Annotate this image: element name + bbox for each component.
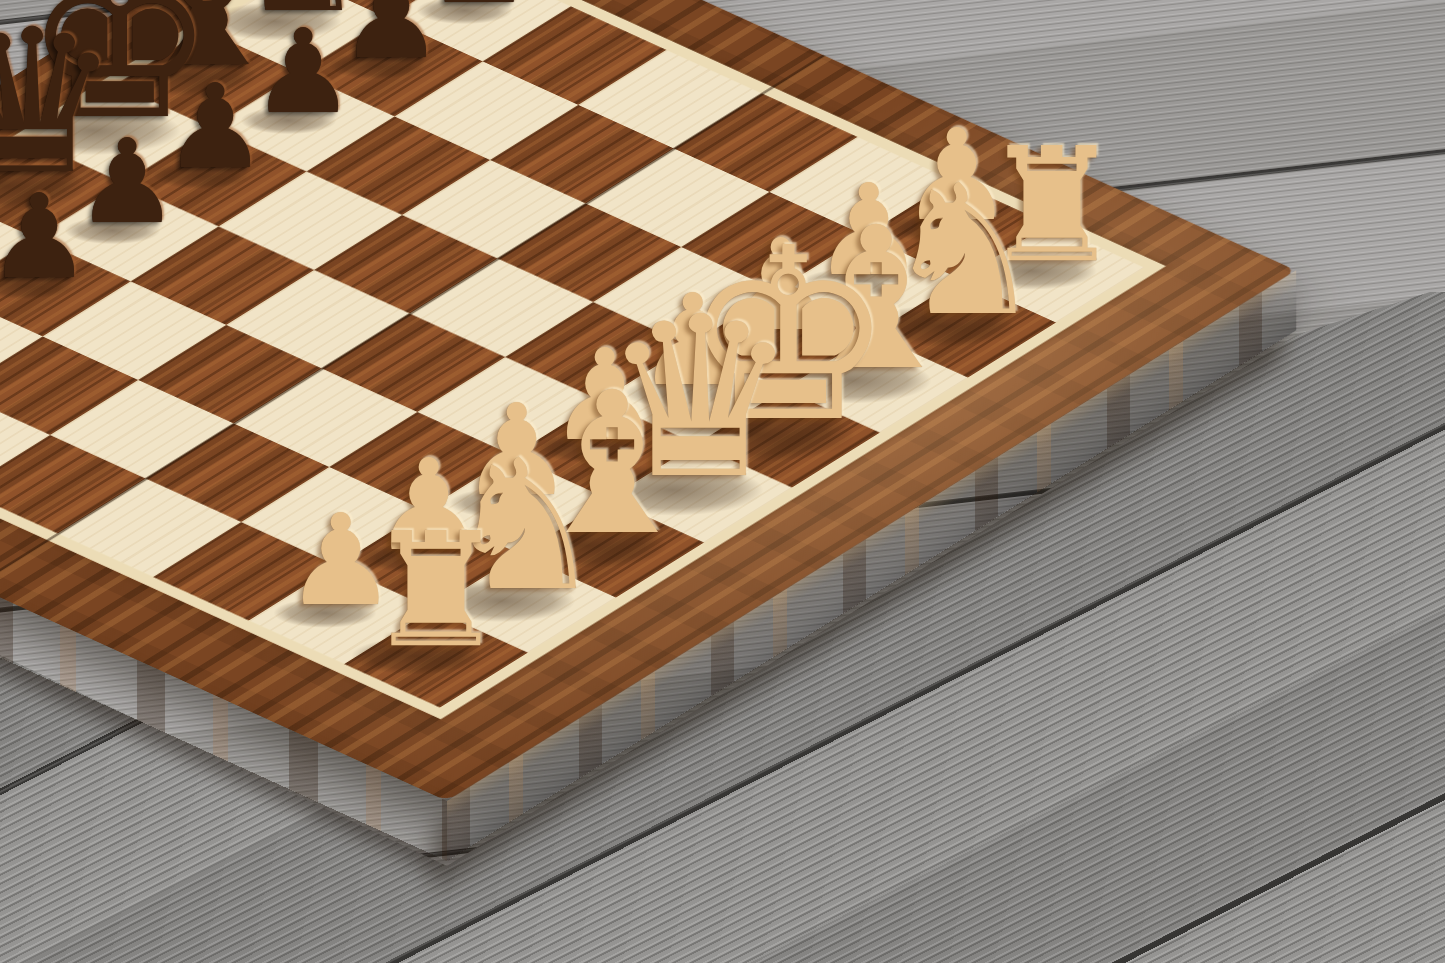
black-pawn-b7[interactable]: ♟	[0, 234, 3, 350]
white-rook-a1[interactable]: ♜	[365, 511, 507, 669]
photo-stage: ♜♞♝♛♚♝♞♜♟♟♟♟♟♟♟♟♟♟♟♟♟♟♟♟♜♞♝♛♚♝♞♜	[0, 0, 1445, 963]
pieces-layer: ♜♞♝♛♚♝♞♜♟♟♟♟♟♟♟♟♟♟♟♟♟♟♟♟♜♞♝♛♚♝♞♜	[0, 0, 1445, 963]
black-pawn-c7[interactable]: ♟	[0, 179, 91, 295]
